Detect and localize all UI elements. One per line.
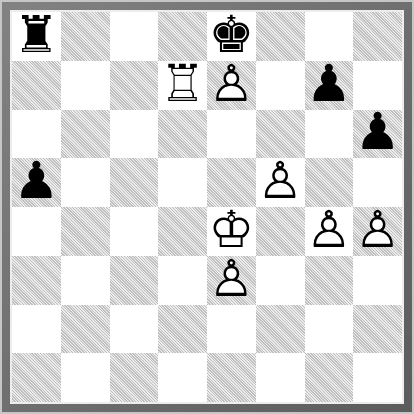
square-a2[interactable] [12,305,61,354]
white-rook-glyph: ♖ [158,61,207,108]
square-g6[interactable] [305,110,354,159]
chess-board: ♜♚♜♖♟♙♟♟♟♟♙♚♔♟♙♟♙♟♙ [12,12,402,402]
white-pawn-glyph: ♙ [207,61,256,108]
square-e5[interactable] [207,158,256,207]
square-c7[interactable] [110,61,159,110]
square-g2[interactable] [305,305,354,354]
square-e2[interactable] [207,305,256,354]
square-h4[interactable]: ♟♙ [353,207,402,256]
square-a7[interactable] [12,61,61,110]
square-f8[interactable] [256,12,305,61]
square-c5[interactable] [110,158,159,207]
black-pawn-glyph: ♟ [305,61,354,108]
square-d5[interactable] [158,158,207,207]
black-pawn-piece: ♟ [305,61,354,110]
black-pawn-glyph: ♟ [353,110,402,157]
square-a5[interactable]: ♟ [12,158,61,207]
square-c4[interactable] [110,207,159,256]
square-c8[interactable] [110,12,159,61]
square-c1[interactable] [110,353,159,402]
square-c3[interactable] [110,256,159,305]
white-pawn-piece: ♟♙ [207,256,256,305]
square-a6[interactable] [12,110,61,159]
square-d2[interactable] [158,305,207,354]
black-pawn-piece: ♟ [353,110,402,159]
square-f7[interactable] [256,61,305,110]
white-pawn-glyph: ♙ [353,207,402,254]
square-b4[interactable] [61,207,110,256]
square-d1[interactable] [158,353,207,402]
board-frame: ♜♚♜♖♟♙♟♟♟♟♙♚♔♟♙♟♙♟♙ [0,0,414,414]
black-king-glyph: ♚ [207,12,256,59]
square-a3[interactable] [12,256,61,305]
white-pawn-piece: ♟♙ [305,207,354,256]
square-d6[interactable] [158,110,207,159]
square-f4[interactable] [256,207,305,256]
chess-diagram: ♜♚♜♖♟♙♟♟♟♟♙♚♔♟♙♟♙♟♙ [0,0,414,414]
square-d8[interactable] [158,12,207,61]
square-e7[interactable]: ♟♙ [207,61,256,110]
square-a4[interactable] [12,207,61,256]
square-g5[interactable] [305,158,354,207]
square-g1[interactable] [305,353,354,402]
square-a1[interactable] [12,353,61,402]
white-rook-piece: ♜♖ [158,61,207,110]
white-king-glyph: ♔ [207,207,256,254]
square-d4[interactable] [158,207,207,256]
square-e3[interactable]: ♟♙ [207,256,256,305]
square-b5[interactable] [61,158,110,207]
white-king-piece: ♚♔ [207,207,256,256]
square-h3[interactable] [353,256,402,305]
square-b3[interactable] [61,256,110,305]
white-pawn-piece: ♟♙ [353,207,402,256]
white-pawn-glyph: ♙ [207,256,256,303]
square-b8[interactable] [61,12,110,61]
square-e6[interactable] [207,110,256,159]
square-b2[interactable] [61,305,110,354]
black-rook-glyph: ♜ [12,12,61,59]
square-g4[interactable]: ♟♙ [305,207,354,256]
square-f3[interactable] [256,256,305,305]
square-g8[interactable] [305,12,354,61]
black-pawn-piece: ♟ [12,158,61,207]
square-g3[interactable] [305,256,354,305]
square-e1[interactable] [207,353,256,402]
square-g7[interactable]: ♟ [305,61,354,110]
white-pawn-glyph: ♙ [256,158,305,205]
square-h6[interactable]: ♟ [353,110,402,159]
black-rook-piece: ♜ [12,12,61,61]
square-f5[interactable]: ♟♙ [256,158,305,207]
square-e8[interactable]: ♚ [207,12,256,61]
square-h5[interactable] [353,158,402,207]
square-f1[interactable] [256,353,305,402]
square-c6[interactable] [110,110,159,159]
square-e4[interactable]: ♚♔ [207,207,256,256]
square-h7[interactable] [353,61,402,110]
square-f6[interactable] [256,110,305,159]
square-b1[interactable] [61,353,110,402]
board-frame-inner-line: ♜♚♜♖♟♙♟♟♟♟♙♚♔♟♙♟♙♟♙ [10,10,404,404]
white-pawn-glyph: ♙ [305,207,354,254]
square-b6[interactable] [61,110,110,159]
square-d3[interactable] [158,256,207,305]
white-pawn-piece: ♟♙ [256,158,305,207]
square-h2[interactable] [353,305,402,354]
square-a8[interactable]: ♜ [12,12,61,61]
square-c2[interactable] [110,305,159,354]
square-b7[interactable] [61,61,110,110]
square-h8[interactable] [353,12,402,61]
square-h1[interactable] [353,353,402,402]
white-pawn-piece: ♟♙ [207,61,256,110]
black-king-piece: ♚ [207,12,256,61]
black-pawn-glyph: ♟ [12,158,61,205]
square-f2[interactable] [256,305,305,354]
board-frame-band: ♜♚♜♖♟♙♟♟♟♟♙♚♔♟♙♟♙♟♙ [2,2,412,412]
square-d7[interactable]: ♜♖ [158,61,207,110]
